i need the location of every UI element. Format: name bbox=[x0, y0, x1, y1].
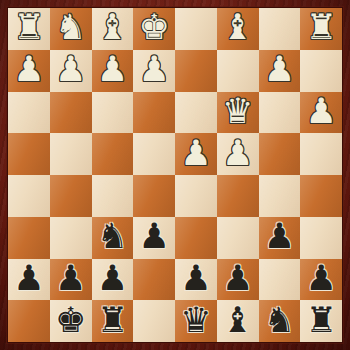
square-d3[interactable] bbox=[175, 92, 217, 134]
piece-black-king[interactable]: ♚ bbox=[55, 303, 86, 338]
square-d1[interactable] bbox=[175, 8, 217, 50]
square-f2[interactable]: ♟ bbox=[92, 50, 134, 92]
piece-white-pawn[interactable]: ♟ bbox=[97, 52, 128, 87]
square-e3[interactable] bbox=[133, 92, 175, 134]
chess-board: ♜♞♝♚♝♜♟♟♟♟♟♛♟♟♟♞♟♟♟♟♟♟♟♟♚♜♛♝♞♜ bbox=[8, 8, 342, 342]
piece-black-bishop[interactable]: ♝ bbox=[222, 303, 253, 338]
piece-black-queen[interactable]: ♛ bbox=[180, 303, 211, 338]
piece-white-pawn[interactable]: ♟ bbox=[13, 52, 44, 87]
square-d6[interactable] bbox=[175, 217, 217, 259]
square-a2[interactable] bbox=[300, 50, 342, 92]
square-f5[interactable] bbox=[92, 175, 134, 217]
square-h5[interactable] bbox=[8, 175, 50, 217]
square-e7[interactable] bbox=[133, 259, 175, 301]
square-d5[interactable] bbox=[175, 175, 217, 217]
square-a3[interactable]: ♟ bbox=[300, 92, 342, 134]
square-g3[interactable] bbox=[50, 92, 92, 134]
piece-white-pawn[interactable]: ♟ bbox=[180, 136, 211, 171]
square-c6[interactable] bbox=[217, 217, 259, 259]
square-b5[interactable] bbox=[259, 175, 301, 217]
square-a7[interactable]: ♟ bbox=[300, 259, 342, 301]
piece-black-pawn[interactable]: ♟ bbox=[138, 219, 169, 254]
square-h8[interactable] bbox=[8, 300, 50, 342]
square-h4[interactable] bbox=[8, 133, 50, 175]
piece-black-pawn[interactable]: ♟ bbox=[222, 261, 253, 296]
piece-white-pawn[interactable]: ♟ bbox=[305, 94, 336, 129]
square-g7[interactable]: ♟ bbox=[50, 259, 92, 301]
square-g5[interactable] bbox=[50, 175, 92, 217]
square-a4[interactable] bbox=[300, 133, 342, 175]
square-d2[interactable] bbox=[175, 50, 217, 92]
square-h7[interactable]: ♟ bbox=[8, 259, 50, 301]
piece-black-pawn[interactable]: ♟ bbox=[97, 261, 128, 296]
square-c7[interactable]: ♟ bbox=[217, 259, 259, 301]
square-e6[interactable]: ♟ bbox=[133, 217, 175, 259]
square-e8[interactable] bbox=[133, 300, 175, 342]
square-c1[interactable]: ♝ bbox=[217, 8, 259, 50]
square-e4[interactable] bbox=[133, 133, 175, 175]
square-b4[interactable] bbox=[259, 133, 301, 175]
square-g6[interactable] bbox=[50, 217, 92, 259]
piece-black-pawn[interactable]: ♟ bbox=[180, 261, 211, 296]
square-b2[interactable]: ♟ bbox=[259, 50, 301, 92]
piece-black-pawn[interactable]: ♟ bbox=[264, 219, 295, 254]
square-a8[interactable]: ♜ bbox=[300, 300, 342, 342]
square-d7[interactable]: ♟ bbox=[175, 259, 217, 301]
piece-white-rook[interactable]: ♜ bbox=[305, 10, 336, 45]
square-g4[interactable] bbox=[50, 133, 92, 175]
square-f7[interactable]: ♟ bbox=[92, 259, 134, 301]
square-f1[interactable]: ♝ bbox=[92, 8, 134, 50]
square-e1[interactable]: ♚ bbox=[133, 8, 175, 50]
piece-white-pawn[interactable]: ♟ bbox=[264, 52, 295, 87]
piece-white-bishop[interactable]: ♝ bbox=[97, 10, 128, 45]
piece-white-pawn[interactable]: ♟ bbox=[55, 52, 86, 87]
piece-white-rook[interactable]: ♜ bbox=[13, 10, 44, 45]
square-d8[interactable]: ♛ bbox=[175, 300, 217, 342]
piece-black-knight[interactable]: ♞ bbox=[97, 219, 128, 254]
square-f4[interactable] bbox=[92, 133, 134, 175]
square-a6[interactable] bbox=[300, 217, 342, 259]
square-b3[interactable] bbox=[259, 92, 301, 134]
square-f3[interactable] bbox=[92, 92, 134, 134]
square-e5[interactable] bbox=[133, 175, 175, 217]
square-c2[interactable] bbox=[217, 50, 259, 92]
square-h1[interactable]: ♜ bbox=[8, 8, 50, 50]
square-f8[interactable]: ♜ bbox=[92, 300, 134, 342]
square-a5[interactable] bbox=[300, 175, 342, 217]
square-b6[interactable]: ♟ bbox=[259, 217, 301, 259]
chessboard-screenshot: ♜♞♝♚♝♜♟♟♟♟♟♛♟♟♟♞♟♟♟♟♟♟♟♟♚♜♛♝♞♜ bbox=[0, 0, 350, 350]
square-h6[interactable] bbox=[8, 217, 50, 259]
square-g2[interactable]: ♟ bbox=[50, 50, 92, 92]
piece-white-king[interactable]: ♚ bbox=[138, 10, 169, 45]
square-b7[interactable] bbox=[259, 259, 301, 301]
square-c8[interactable]: ♝ bbox=[217, 300, 259, 342]
piece-black-knight[interactable]: ♞ bbox=[264, 303, 295, 338]
piece-white-bishop[interactable]: ♝ bbox=[222, 10, 253, 45]
square-g8[interactable]: ♚ bbox=[50, 300, 92, 342]
square-h2[interactable]: ♟ bbox=[8, 50, 50, 92]
piece-white-pawn[interactable]: ♟ bbox=[222, 136, 253, 171]
piece-black-pawn[interactable]: ♟ bbox=[305, 261, 336, 296]
square-a1[interactable]: ♜ bbox=[300, 8, 342, 50]
piece-white-queen[interactable]: ♛ bbox=[222, 94, 253, 129]
square-e2[interactable]: ♟ bbox=[133, 50, 175, 92]
square-f6[interactable]: ♞ bbox=[92, 217, 134, 259]
piece-white-knight[interactable]: ♞ bbox=[55, 10, 86, 45]
square-b8[interactable]: ♞ bbox=[259, 300, 301, 342]
board-frame: ♜♞♝♚♝♜♟♟♟♟♟♛♟♟♟♞♟♟♟♟♟♟♟♟♚♜♛♝♞♜ bbox=[0, 0, 350, 350]
square-c5[interactable] bbox=[217, 175, 259, 217]
square-d4[interactable]: ♟ bbox=[175, 133, 217, 175]
piece-black-pawn[interactable]: ♟ bbox=[13, 261, 44, 296]
square-b1[interactable] bbox=[259, 8, 301, 50]
square-c3[interactable]: ♛ bbox=[217, 92, 259, 134]
square-g1[interactable]: ♞ bbox=[50, 8, 92, 50]
piece-white-pawn[interactable]: ♟ bbox=[138, 52, 169, 87]
piece-black-rook[interactable]: ♜ bbox=[97, 303, 128, 338]
square-c4[interactable]: ♟ bbox=[217, 133, 259, 175]
piece-black-rook[interactable]: ♜ bbox=[305, 303, 336, 338]
square-h3[interactable] bbox=[8, 92, 50, 134]
piece-black-pawn[interactable]: ♟ bbox=[55, 261, 86, 296]
